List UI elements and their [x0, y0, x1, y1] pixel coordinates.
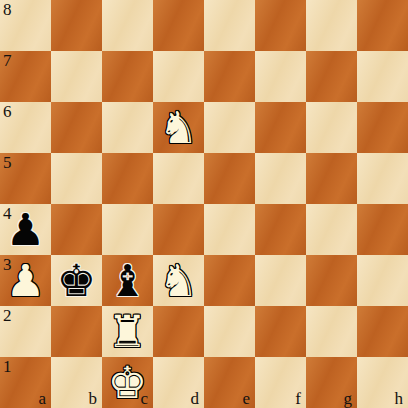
square-c5[interactable]	[102, 153, 153, 204]
square-a3[interactable]: 3♟	[0, 255, 51, 306]
square-a4[interactable]: 4♟	[0, 204, 51, 255]
square-h7[interactable]	[357, 51, 408, 102]
square-c4[interactable]	[102, 204, 153, 255]
square-b2[interactable]	[51, 306, 102, 357]
rank-label-2: 2	[3, 307, 12, 324]
square-f4[interactable]	[255, 204, 306, 255]
rank-label-4: 4	[3, 205, 12, 222]
square-g8[interactable]	[306, 0, 357, 51]
square-f6[interactable]	[255, 102, 306, 153]
square-d3[interactable]: ♞	[153, 255, 204, 306]
square-d1[interactable]: d	[153, 357, 204, 408]
square-d8[interactable]	[153, 0, 204, 51]
square-h3[interactable]	[357, 255, 408, 306]
square-a7[interactable]: 7	[0, 51, 51, 102]
file-label-d: d	[191, 390, 200, 407]
square-b7[interactable]	[51, 51, 102, 102]
square-h2[interactable]	[357, 306, 408, 357]
square-c6[interactable]	[102, 102, 153, 153]
square-b1[interactable]: b	[51, 357, 102, 408]
rank-label-3: 3	[3, 256, 12, 273]
square-b6[interactable]	[51, 102, 102, 153]
square-c3[interactable]: ♝	[102, 255, 153, 306]
square-f2[interactable]	[255, 306, 306, 357]
rank-label-8: 8	[3, 1, 12, 18]
square-a6[interactable]: 6	[0, 102, 51, 153]
piece-black-king[interactable]: ♚	[51, 255, 102, 306]
square-c7[interactable]	[102, 51, 153, 102]
square-h6[interactable]	[357, 102, 408, 153]
square-d6[interactable]: ♞	[153, 102, 204, 153]
square-e6[interactable]	[204, 102, 255, 153]
piece-white-rook[interactable]: ♜	[102, 306, 153, 357]
file-label-b: b	[89, 390, 98, 407]
square-h5[interactable]	[357, 153, 408, 204]
square-g4[interactable]	[306, 204, 357, 255]
square-e3[interactable]	[204, 255, 255, 306]
square-b4[interactable]	[51, 204, 102, 255]
square-g6[interactable]	[306, 102, 357, 153]
square-f5[interactable]	[255, 153, 306, 204]
square-f7[interactable]	[255, 51, 306, 102]
square-f1[interactable]: f	[255, 357, 306, 408]
square-c8[interactable]	[102, 0, 153, 51]
square-a5[interactable]: 5	[0, 153, 51, 204]
square-d5[interactable]	[153, 153, 204, 204]
file-label-f: f	[295, 390, 301, 407]
square-d4[interactable]	[153, 204, 204, 255]
square-h4[interactable]	[357, 204, 408, 255]
square-e2[interactable]	[204, 306, 255, 357]
square-e1[interactable]: e	[204, 357, 255, 408]
square-c1[interactable]: c♚	[102, 357, 153, 408]
file-label-a: a	[38, 390, 46, 407]
square-g2[interactable]	[306, 306, 357, 357]
square-g3[interactable]	[306, 255, 357, 306]
square-h8[interactable]	[357, 0, 408, 51]
square-g1[interactable]: g	[306, 357, 357, 408]
square-c2[interactable]: ♜	[102, 306, 153, 357]
square-g5[interactable]	[306, 153, 357, 204]
square-e8[interactable]	[204, 0, 255, 51]
square-g7[interactable]	[306, 51, 357, 102]
square-e5[interactable]	[204, 153, 255, 204]
square-d7[interactable]	[153, 51, 204, 102]
file-label-h: h	[395, 390, 404, 407]
square-b8[interactable]	[51, 0, 102, 51]
square-e4[interactable]	[204, 204, 255, 255]
square-f8[interactable]	[255, 0, 306, 51]
file-label-c: c	[140, 390, 148, 407]
square-h1[interactable]: h	[357, 357, 408, 408]
piece-white-knight[interactable]: ♞	[153, 102, 204, 153]
file-label-e: e	[242, 390, 250, 407]
square-b3[interactable]: ♚	[51, 255, 102, 306]
piece-black-bishop[interactable]: ♝	[102, 255, 153, 306]
square-d2[interactable]	[153, 306, 204, 357]
square-a2[interactable]: 2	[0, 306, 51, 357]
rank-label-7: 7	[3, 52, 12, 69]
chess-board: 876♞54♟3♟♚♝♞2♜1abc♚defgh	[0, 0, 408, 408]
square-a8[interactable]: 8	[0, 0, 51, 51]
square-a1[interactable]: 1a	[0, 357, 51, 408]
file-label-g: g	[344, 390, 353, 407]
square-e7[interactable]	[204, 51, 255, 102]
rank-label-1: 1	[3, 358, 12, 375]
rank-label-6: 6	[3, 103, 12, 120]
square-f3[interactable]	[255, 255, 306, 306]
piece-white-knight[interactable]: ♞	[153, 255, 204, 306]
square-b5[interactable]	[51, 153, 102, 204]
rank-label-5: 5	[3, 154, 12, 171]
